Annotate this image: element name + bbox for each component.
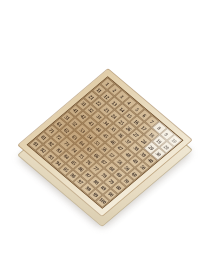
tile-number: 30 (155, 151, 163, 157)
tile-number: 70 (123, 178, 131, 184)
tile-number: 2 (112, 88, 118, 93)
tile-number: 8 (156, 125, 162, 130)
tile-number: 50 (139, 164, 147, 170)
tile-number: 5 (134, 107, 140, 112)
tile-number: 100 (98, 197, 107, 205)
tile-number: 10 (170, 137, 178, 143)
tile-grid: 1234567891011121314151617181920212223242… (28, 77, 182, 207)
product-photo: 1234567891011121314151617181920212223242… (0, 0, 200, 280)
tile-number: 60 (131, 171, 139, 177)
tile-number: 6 (142, 113, 148, 118)
tile-number: 3 (119, 94, 125, 99)
tile-number: 20 (163, 144, 171, 150)
tile-number: 9 (164, 132, 170, 137)
tile-number: 1 (104, 81, 110, 86)
tile-number: 7 (149, 119, 155, 124)
board-tray-well: 1234567891011121314151617181920212223242… (27, 76, 184, 209)
tile-number: 11 (96, 87, 103, 93)
tile-number: 90 (107, 191, 115, 197)
tile-number: 80 (115, 184, 123, 190)
hundred-board: 1234567891011121314151617181920212223242… (17, 68, 193, 217)
tile-number: 4 (127, 100, 133, 105)
tile-number: 40 (147, 158, 155, 164)
